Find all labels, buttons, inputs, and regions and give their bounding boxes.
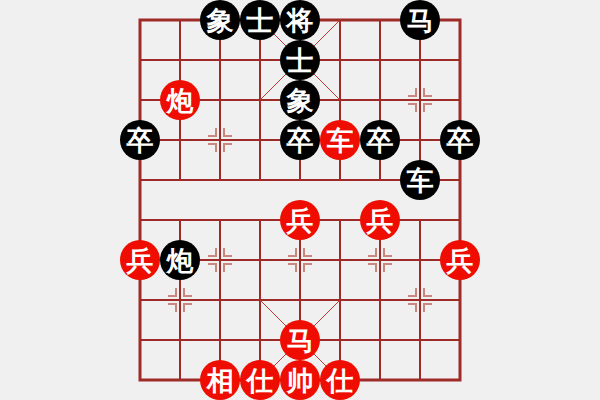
board-point-5-9: 仕 bbox=[320, 360, 360, 400]
piece-black-advisor-2[interactable]: 士 bbox=[280, 40, 320, 80]
board-point-5-3: 车 bbox=[320, 120, 360, 160]
board-point-1-2: 炮 bbox=[160, 80, 200, 120]
board-point-4-9: 帅 bbox=[280, 360, 320, 400]
board-point-8-6: 兵 bbox=[440, 240, 480, 280]
board-point-8-3: 卒 bbox=[440, 120, 480, 160]
piece-red-horse-1[interactable]: 马 bbox=[280, 320, 320, 360]
piece-black-elephant-1[interactable]: 象 bbox=[200, 0, 240, 40]
piece-black-soldier-4[interactable]: 卒 bbox=[440, 120, 480, 160]
piece-red-elephant-1[interactable]: 相 bbox=[200, 360, 240, 400]
board-point-4-5: 兵 bbox=[280, 200, 320, 240]
board-point-3-0: 士 bbox=[240, 0, 280, 40]
board-point-1-6: 炮 bbox=[160, 240, 200, 280]
piece-black-soldier-3[interactable]: 卒 bbox=[360, 120, 400, 160]
board-point-7-0: 马 bbox=[400, 0, 440, 40]
board-point-6-5: 兵 bbox=[360, 200, 400, 240]
piece-red-soldier-1[interactable]: 兵 bbox=[280, 200, 320, 240]
piece-black-advisor-1[interactable]: 士 bbox=[240, 0, 280, 40]
board-point-4-3: 卒 bbox=[280, 120, 320, 160]
piece-black-cannon-1[interactable]: 炮 bbox=[160, 240, 200, 280]
board-point-6-3: 卒 bbox=[360, 120, 400, 160]
piece-black-soldier-1[interactable]: 卒 bbox=[120, 120, 160, 160]
board-point-0-6: 兵 bbox=[120, 240, 160, 280]
piece-red-soldier-3[interactable]: 兵 bbox=[120, 240, 160, 280]
board-point-2-0: 象 bbox=[200, 0, 240, 40]
board-point-2-9: 相 bbox=[200, 360, 240, 400]
board-point-4-1: 士 bbox=[280, 40, 320, 80]
piece-red-advisor-1[interactable]: 仕 bbox=[240, 360, 280, 400]
board-point-3-9: 仕 bbox=[240, 360, 280, 400]
piece-black-chariot-1[interactable]: 车 bbox=[400, 160, 440, 200]
piece-black-soldier-2[interactable]: 卒 bbox=[280, 120, 320, 160]
piece-red-cannon-1[interactable]: 炮 bbox=[160, 80, 200, 120]
piece-red-chariot-1[interactable]: 车 bbox=[320, 120, 360, 160]
piece-red-general[interactable]: 帅 bbox=[280, 360, 320, 400]
piece-red-soldier-4[interactable]: 兵 bbox=[440, 240, 480, 280]
piece-red-advisor-2[interactable]: 仕 bbox=[320, 360, 360, 400]
xiangqi-board: 象士将马士炮象卒卒车卒卒车兵兵兵炮兵马相仕帅仕 bbox=[0, 0, 600, 400]
piece-grid: 象士将马士炮象卒卒车卒卒车兵兵兵炮兵马相仕帅仕 bbox=[120, 0, 480, 400]
piece-black-general[interactable]: 将 bbox=[280, 0, 320, 40]
board-point-4-0: 将 bbox=[280, 0, 320, 40]
piece-red-soldier-2[interactable]: 兵 bbox=[360, 200, 400, 240]
board-point-7-4: 车 bbox=[400, 160, 440, 200]
piece-black-horse-1[interactable]: 马 bbox=[400, 0, 440, 40]
board-point-4-2: 象 bbox=[280, 80, 320, 120]
board-point-0-3: 卒 bbox=[120, 120, 160, 160]
board-point-4-8: 马 bbox=[280, 320, 320, 360]
piece-black-elephant-2[interactable]: 象 bbox=[280, 80, 320, 120]
